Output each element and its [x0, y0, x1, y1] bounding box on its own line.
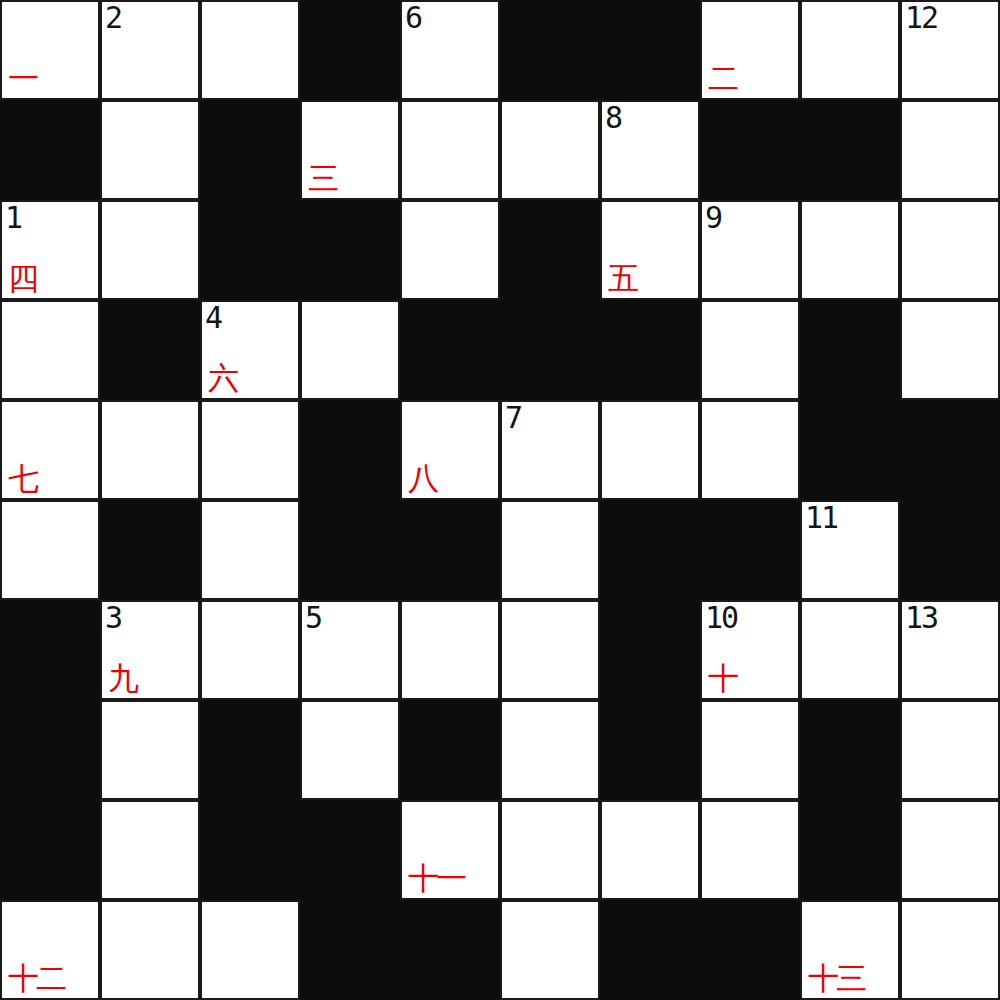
white-cell-r4c2[interactable]: [200, 400, 300, 500]
across-clue-number: 七: [8, 463, 36, 494]
black-cell-r2c3: [300, 200, 400, 300]
black-cell-r7c0: [0, 700, 100, 800]
across-clue-number: 十二: [8, 963, 64, 994]
black-cell-r8c3: [300, 800, 400, 900]
down-clue-number: 4: [205, 303, 221, 333]
white-cell-r0c8[interactable]: [800, 0, 900, 100]
black-cell-r5c1: [100, 500, 200, 600]
across-clue-number: 十三: [808, 963, 864, 994]
white-cell-r7c1[interactable]: [100, 700, 200, 800]
white-cell-r0c1[interactable]: 2: [100, 0, 200, 100]
black-cell-r3c5: [500, 300, 600, 400]
white-cell-r2c6[interactable]: 五: [600, 200, 700, 300]
white-cell-r0c7[interactable]: 二: [700, 0, 800, 100]
white-cell-r2c1[interactable]: [100, 200, 200, 300]
down-clue-number: 3: [105, 603, 121, 633]
white-cell-r0c0[interactable]: 一: [0, 0, 100, 100]
black-cell-r9c3: [300, 900, 400, 1000]
black-cell-r3c1: [100, 300, 200, 400]
black-cell-r9c4: [400, 900, 500, 1000]
black-cell-r9c7: [700, 900, 800, 1000]
black-cell-r8c2: [200, 800, 300, 900]
down-clue-number: 7: [505, 403, 521, 433]
black-cell-r1c2: [200, 100, 300, 200]
white-cell-r8c4[interactable]: 十一: [400, 800, 500, 900]
white-cell-r2c8[interactable]: [800, 200, 900, 300]
black-cell-r5c3: [300, 500, 400, 600]
white-cell-r3c0[interactable]: [0, 300, 100, 400]
black-cell-r8c8: [800, 800, 900, 900]
black-cell-r1c0: [0, 100, 100, 200]
white-cell-r0c9[interactable]: 12: [900, 0, 1000, 100]
black-cell-r7c4: [400, 700, 500, 800]
white-cell-r3c7[interactable]: [700, 300, 800, 400]
white-cell-r6c2[interactable]: [200, 600, 300, 700]
white-cell-r6c4[interactable]: [400, 600, 500, 700]
down-clue-number: 12: [905, 3, 937, 33]
black-cell-r1c7: [700, 100, 800, 200]
across-clue-number: 十: [708, 663, 736, 694]
white-cell-r6c7[interactable]: 10十: [700, 600, 800, 700]
white-cell-r2c9[interactable]: [900, 200, 1000, 300]
down-clue-number: 10: [705, 603, 737, 633]
white-cell-r9c8[interactable]: 十三: [800, 900, 900, 1000]
white-cell-r0c2[interactable]: [200, 0, 300, 100]
black-cell-r7c6: [600, 700, 700, 800]
black-cell-r0c6: [600, 0, 700, 100]
across-clue-number: 三: [308, 163, 336, 194]
black-cell-r9c6: [600, 900, 700, 1000]
across-clue-number: 一: [8, 63, 36, 94]
black-cell-r7c2: [200, 700, 300, 800]
white-cell-r8c1[interactable]: [100, 800, 200, 900]
white-cell-r7c5[interactable]: [500, 700, 600, 800]
black-cell-r5c6: [600, 500, 700, 600]
white-cell-r2c0[interactable]: 1四: [0, 200, 100, 300]
white-cell-r9c9[interactable]: [900, 900, 1000, 1000]
white-cell-r7c7[interactable]: [700, 700, 800, 800]
black-cell-r2c2: [200, 200, 300, 300]
white-cell-r5c0[interactable]: [0, 500, 100, 600]
black-cell-r3c8: [800, 300, 900, 400]
white-cell-r6c5[interactable]: [500, 600, 600, 700]
down-clue-number: 13: [905, 603, 937, 633]
black-cell-r4c9: [900, 400, 1000, 500]
white-cell-r3c2[interactable]: 4六: [200, 300, 300, 400]
black-cell-r8c0: [0, 800, 100, 900]
white-cell-r1c4[interactable]: [400, 100, 500, 200]
across-clue-number: 四: [8, 263, 36, 294]
white-cell-r6c3[interactable]: 5: [300, 600, 400, 700]
black-cell-r4c8: [800, 400, 900, 500]
white-cell-r9c1[interactable]: [100, 900, 200, 1000]
black-cell-r7c8: [800, 700, 900, 800]
white-cell-r4c7[interactable]: [700, 400, 800, 500]
white-cell-r6c8[interactable]: [800, 600, 900, 700]
black-cell-r1c8: [800, 100, 900, 200]
black-cell-r3c6: [600, 300, 700, 400]
down-clue-number: 5: [305, 603, 321, 633]
white-cell-r3c9[interactable]: [900, 300, 1000, 400]
down-clue-number: 11: [805, 503, 837, 533]
white-cell-r4c5[interactable]: 7: [500, 400, 600, 500]
white-cell-r5c2[interactable]: [200, 500, 300, 600]
across-clue-number: 八: [408, 463, 436, 494]
white-cell-r1c3[interactable]: 三: [300, 100, 400, 200]
black-cell-r5c4: [400, 500, 500, 600]
white-cell-r1c5[interactable]: [500, 100, 600, 200]
white-cell-r2c7[interactable]: 9: [700, 200, 800, 300]
white-cell-r8c9[interactable]: [900, 800, 1000, 900]
white-cell-r8c7[interactable]: [700, 800, 800, 900]
black-cell-r5c7: [700, 500, 800, 600]
across-clue-number: 六: [208, 363, 236, 394]
white-cell-r8c5[interactable]: [500, 800, 600, 900]
white-cell-r4c4[interactable]: 八: [400, 400, 500, 500]
white-cell-r1c6[interactable]: 8: [600, 100, 700, 200]
white-cell-r5c8[interactable]: 11: [800, 500, 900, 600]
across-clue-number: 五: [608, 263, 636, 294]
down-clue-number: 1: [5, 203, 21, 233]
down-clue-number: 6: [405, 3, 421, 33]
white-cell-r2c4[interactable]: [400, 200, 500, 300]
black-cell-r3c4: [400, 300, 500, 400]
black-cell-r0c3: [300, 0, 400, 100]
white-cell-r4c0[interactable]: 七: [0, 400, 100, 500]
white-cell-r1c9[interactable]: [900, 100, 1000, 200]
white-cell-r3c3[interactable]: [300, 300, 400, 400]
down-clue-number: 9: [705, 203, 721, 233]
black-cell-r4c3: [300, 400, 400, 500]
black-cell-r5c9: [900, 500, 1000, 600]
down-clue-number: 2: [105, 3, 121, 33]
white-cell-r6c9[interactable]: 13: [900, 600, 1000, 700]
white-cell-r4c6[interactable]: [600, 400, 700, 500]
white-cell-r9c2[interactable]: [200, 900, 300, 1000]
crossword-board: 一26二12三81四五94六七八7113九510十13十一十二十三: [0, 0, 1000, 1000]
down-clue-number: 8: [605, 103, 621, 133]
black-cell-r0c5: [500, 0, 600, 100]
across-clue-number: 二: [708, 63, 736, 94]
black-cell-r2c5: [500, 200, 600, 300]
white-cell-r5c5[interactable]: [500, 500, 600, 600]
white-cell-r7c3[interactable]: [300, 700, 400, 800]
white-cell-r6c1[interactable]: 3九: [100, 600, 200, 700]
white-cell-r4c1[interactable]: [100, 400, 200, 500]
white-cell-r8c6[interactable]: [600, 800, 700, 900]
white-cell-r7c9[interactable]: [900, 700, 1000, 800]
black-cell-r6c6: [600, 600, 700, 700]
white-cell-r0c4[interactable]: 6: [400, 0, 500, 100]
white-cell-r1c1[interactable]: [100, 100, 200, 200]
across-clue-number: 十一: [408, 863, 464, 894]
white-cell-r9c0[interactable]: 十二: [0, 900, 100, 1000]
across-clue-number: 九: [108, 663, 136, 694]
black-cell-r6c0: [0, 600, 100, 700]
white-cell-r9c5[interactable]: [500, 900, 600, 1000]
